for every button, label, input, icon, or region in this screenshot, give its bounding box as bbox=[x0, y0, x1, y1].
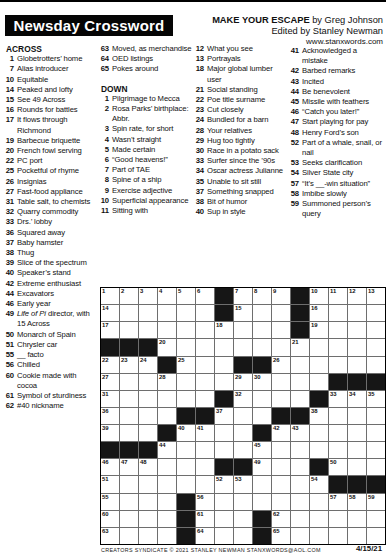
clue-item: 1Pilgrimage to Mecca bbox=[99, 94, 192, 104]
clue-text: Rounds for battles bbox=[17, 105, 78, 114]
clue-text: Slice of the spectrum bbox=[17, 258, 87, 267]
clue-text: Part of TAE bbox=[112, 165, 150, 174]
grid-cell-black bbox=[158, 425, 176, 441]
grid-cell[interactable] bbox=[348, 339, 366, 355]
grid-cell[interactable]: 5 bbox=[177, 288, 195, 304]
grid-cell[interactable] bbox=[348, 528, 366, 544]
grid-cell[interactable] bbox=[215, 374, 233, 390]
grid-cell[interactable] bbox=[348, 305, 366, 321]
grid-cell[interactable]: 17 bbox=[101, 322, 119, 338]
grid-cell[interactable] bbox=[215, 339, 233, 355]
grid-cell[interactable] bbox=[367, 339, 385, 355]
grid-cell[interactable] bbox=[234, 442, 252, 458]
grid-cell-black bbox=[253, 511, 271, 527]
grid-cell[interactable]: 21 bbox=[291, 339, 309, 355]
grid-cell[interactable] bbox=[348, 459, 366, 475]
clue-number: 10 bbox=[99, 196, 109, 206]
grid-cell[interactable] bbox=[291, 511, 309, 527]
grid-cell[interactable]: 46 bbox=[101, 459, 119, 475]
copyright-line: CREATORS SYNDICATE © 2021 STANLEY NEWMAN… bbox=[101, 547, 321, 553]
grid-cell[interactable]: 64 bbox=[196, 528, 214, 544]
clue-text: Insignias bbox=[17, 177, 46, 186]
clue-item: 7Alias introducer bbox=[4, 64, 97, 74]
clue-number: 52 bbox=[289, 138, 299, 148]
grid-cell[interactable] bbox=[367, 528, 385, 544]
clue-item: 46Early year bbox=[4, 299, 97, 309]
grid-cell[interactable] bbox=[158, 391, 176, 407]
cell-number: 27 bbox=[102, 374, 109, 381]
grid-cell[interactable] bbox=[120, 494, 138, 510]
grid-cell[interactable]: 10 bbox=[310, 288, 328, 304]
grid-cell[interactable] bbox=[272, 459, 290, 475]
grid-cell[interactable] bbox=[177, 391, 195, 407]
clue-item: 41Acknowledged a mistake bbox=[289, 46, 384, 66]
grid-cell[interactable] bbox=[234, 511, 252, 527]
grid-cell-black bbox=[310, 391, 328, 407]
grid-cell[interactable]: 48 bbox=[139, 459, 157, 475]
cell-number: 52 bbox=[216, 476, 223, 483]
clue-number: 45 bbox=[289, 97, 299, 107]
grid-cell[interactable] bbox=[139, 391, 157, 407]
clue-text: Poe title surname bbox=[207, 95, 265, 104]
cell-number: 25 bbox=[178, 357, 185, 364]
grid-cell[interactable] bbox=[367, 511, 385, 527]
grid-cell[interactable] bbox=[120, 528, 138, 544]
grid-cell-black bbox=[234, 357, 252, 373]
grid-cell[interactable] bbox=[329, 511, 347, 527]
grid-cell[interactable] bbox=[291, 494, 309, 510]
grid-cell-black bbox=[139, 442, 157, 458]
grid-cell[interactable]: 36 bbox=[101, 408, 119, 424]
grid-cell[interactable] bbox=[215, 494, 233, 510]
clue-text: Pocketful of rhyme bbox=[17, 166, 79, 175]
clue-number: 21 bbox=[194, 85, 204, 95]
grid-cell-black bbox=[120, 442, 138, 458]
clue-text: Cookie made with cocoa bbox=[17, 371, 77, 390]
grid-cell[interactable] bbox=[177, 339, 195, 355]
clue-item: 62#40 nickname bbox=[4, 401, 97, 411]
clue-item: 31Table salt, to chemists bbox=[4, 197, 97, 207]
grid-cell[interactable] bbox=[120, 305, 138, 321]
clue-number: 49 bbox=[4, 309, 14, 319]
grid-cell[interactable]: 38 bbox=[310, 408, 328, 424]
grid-cell[interactable] bbox=[291, 528, 309, 544]
grid-cell[interactable] bbox=[177, 476, 195, 492]
grid-cell[interactable] bbox=[329, 425, 347, 441]
grid-cell[interactable]: 27 bbox=[101, 374, 119, 390]
grid-cell[interactable] bbox=[196, 459, 214, 475]
grid-cell[interactable] bbox=[329, 357, 347, 373]
clue-item: 43Incited bbox=[289, 77, 384, 87]
grid-cell[interactable] bbox=[139, 476, 157, 492]
clue-text: Race in a potato sack bbox=[207, 146, 279, 155]
grid-cell[interactable]: 51 bbox=[101, 476, 119, 492]
clue-item: 37Something snapped bbox=[194, 187, 287, 197]
grid-cell[interactable] bbox=[120, 322, 138, 338]
grid-cell[interactable]: 60 bbox=[101, 511, 119, 527]
grid-cell-black bbox=[348, 374, 366, 390]
grid-cell[interactable]: 62 bbox=[272, 511, 290, 527]
grid-cell[interactable] bbox=[158, 459, 176, 475]
grid-cell[interactable] bbox=[158, 476, 176, 492]
grid-cell[interactable] bbox=[196, 322, 214, 338]
grid-cell[interactable] bbox=[310, 357, 328, 373]
cell-number: 21 bbox=[292, 339, 299, 346]
clue-text: Part of a whale, snail, or nail bbox=[302, 138, 382, 157]
grid-cell-black bbox=[253, 425, 271, 441]
grid-cell[interactable] bbox=[272, 374, 290, 390]
grid-cell[interactable] bbox=[367, 459, 385, 475]
cell-number: 18 bbox=[216, 322, 223, 329]
grid-cell[interactable] bbox=[196, 391, 214, 407]
clue-number: 56 bbox=[4, 360, 14, 370]
grid-cell-black bbox=[291, 288, 309, 304]
grid-cell[interactable]: 35 bbox=[367, 391, 385, 407]
grid-cell[interactable] bbox=[367, 425, 385, 441]
clue-item: 61Symbol of sturdiness bbox=[4, 391, 97, 401]
grid-cell[interactable] bbox=[272, 322, 290, 338]
grid-cell[interactable]: 65 bbox=[272, 528, 290, 544]
grid-cell[interactable] bbox=[177, 322, 195, 338]
grid-cell[interactable] bbox=[120, 476, 138, 492]
grid-cell[interactable] bbox=[329, 305, 347, 321]
grid-cell[interactable] bbox=[329, 442, 347, 458]
cell-number: 55 bbox=[102, 494, 109, 501]
grid-cell[interactable]: 59 bbox=[367, 494, 385, 510]
grid-cell[interactable] bbox=[253, 476, 271, 492]
grid-cell[interactable] bbox=[253, 305, 271, 321]
clue-number: 65 bbox=[99, 64, 109, 74]
grid-cell[interactable] bbox=[234, 322, 252, 338]
clue-number: 46 bbox=[4, 299, 14, 309]
clue-number: 62 bbox=[4, 401, 14, 411]
cell-number: 50 bbox=[330, 459, 337, 466]
grid-cell[interactable] bbox=[367, 357, 385, 373]
clue-item: 18Major global lumber user bbox=[194, 64, 287, 84]
grid-cell[interactable]: 55 bbox=[101, 494, 119, 510]
clue-item: 20French fowl serving bbox=[4, 146, 97, 156]
grid-cell[interactable] bbox=[120, 425, 138, 441]
grid-cell[interactable] bbox=[196, 374, 214, 390]
clue-text: Barbecue briquette bbox=[17, 136, 80, 145]
grid-cell[interactable] bbox=[348, 425, 366, 441]
grid-cell[interactable]: 23 bbox=[120, 357, 138, 373]
grid-cell[interactable]: 11 bbox=[329, 288, 347, 304]
grid-cell-black bbox=[215, 288, 233, 304]
clue-item: 64OED listings bbox=[99, 54, 192, 64]
clue-number: 64 bbox=[99, 54, 109, 64]
clue-text: Acknowledged a mistake bbox=[302, 46, 357, 65]
grid-cell[interactable]: 6 bbox=[196, 288, 214, 304]
cell-number: 19 bbox=[311, 322, 318, 329]
clue-text: Missile with feathers bbox=[302, 97, 369, 106]
grid-cell[interactable] bbox=[215, 425, 233, 441]
clue-item: 15See 49 Across bbox=[4, 95, 97, 105]
grid-cell[interactable]: 45 bbox=[253, 442, 271, 458]
cell-number: 36 bbox=[102, 408, 109, 415]
grid-cell[interactable] bbox=[291, 442, 309, 458]
grid-cell[interactable] bbox=[120, 391, 138, 407]
grid-cell[interactable]: 56 bbox=[196, 494, 214, 510]
grid-cell[interactable] bbox=[310, 374, 328, 390]
grid-cell[interactable] bbox=[310, 494, 328, 510]
clue-text: Extreme enthusiast bbox=[17, 279, 81, 288]
clue-number: 61 bbox=[4, 391, 14, 401]
grid-cell[interactable]: 18 bbox=[215, 322, 233, 338]
grid-cell[interactable] bbox=[120, 511, 138, 527]
clue-item: 19Barbecue briquette bbox=[4, 136, 97, 146]
grid-cell[interactable] bbox=[215, 511, 233, 527]
puzzle-date: 4/15/21 bbox=[356, 544, 382, 553]
grid-cell[interactable] bbox=[196, 305, 214, 321]
cell-number: 12 bbox=[349, 288, 356, 295]
grid-cell[interactable]: 20 bbox=[158, 339, 176, 355]
grid-cell[interactable] bbox=[139, 425, 157, 441]
clue-text: #40 nickname bbox=[17, 401, 64, 410]
grid-cell-black bbox=[291, 322, 309, 338]
grid-cell[interactable] bbox=[196, 442, 214, 458]
grid-cell[interactable]: 32 bbox=[234, 391, 252, 407]
clue-number: 7 bbox=[99, 165, 109, 175]
grid-cell[interactable]: 43 bbox=[291, 425, 309, 441]
grid-cell[interactable]: 29 bbox=[234, 374, 252, 390]
grid-cell[interactable]: 3 bbox=[139, 288, 157, 304]
grid-cell[interactable] bbox=[329, 528, 347, 544]
grid-cell[interactable]: 50 bbox=[329, 459, 347, 475]
grid-cell[interactable]: 12 bbox=[348, 288, 366, 304]
grid-cell[interactable] bbox=[367, 305, 385, 321]
clue-item: 35Unable to sit still bbox=[194, 177, 287, 187]
grid-cell[interactable] bbox=[253, 494, 271, 510]
grid-cell[interactable]: 28 bbox=[158, 374, 176, 390]
grid-cell[interactable] bbox=[348, 322, 366, 338]
grid-cell[interactable] bbox=[234, 408, 252, 424]
clue-text: It flows through Richmond bbox=[17, 115, 68, 134]
grid-cell[interactable]: 40 bbox=[177, 425, 195, 441]
clue-text: Barbed remarks bbox=[302, 66, 355, 75]
grid-cell[interactable]: 33 bbox=[329, 391, 347, 407]
grid-cell[interactable]: 44 bbox=[158, 442, 176, 458]
grid-cell[interactable] bbox=[177, 374, 195, 390]
grid-cell[interactable] bbox=[215, 357, 233, 373]
grid-cell[interactable]: 2 bbox=[120, 288, 138, 304]
grid-cell[interactable] bbox=[310, 442, 328, 458]
grid-cell[interactable] bbox=[253, 408, 271, 424]
grid-cell[interactable] bbox=[139, 511, 157, 527]
clue-text: Start playing for pay bbox=[302, 117, 368, 126]
clue-text: Incited bbox=[302, 77, 324, 86]
grid-cell[interactable] bbox=[234, 425, 252, 441]
grid-cell[interactable]: 13 bbox=[367, 288, 385, 304]
grid-cell[interactable]: 30 bbox=[253, 374, 271, 390]
grid-cell[interactable] bbox=[329, 408, 347, 424]
grid-cell[interactable] bbox=[139, 322, 157, 338]
clue-number: 30 bbox=[194, 146, 204, 156]
grid-cell[interactable]: 16 bbox=[310, 305, 328, 321]
grid-cell[interactable] bbox=[158, 528, 176, 544]
clue-item: 36Squared away bbox=[4, 228, 97, 238]
cell-number: 54 bbox=[311, 476, 318, 483]
clue-item: 23Cut closely bbox=[194, 105, 287, 115]
grid-cell[interactable] bbox=[158, 408, 176, 424]
grid-cell[interactable]: 42 bbox=[272, 425, 290, 441]
grid-cell-black bbox=[329, 374, 347, 390]
grid-cell[interactable] bbox=[177, 442, 195, 458]
clue-item: 37Baby hamster bbox=[4, 238, 97, 248]
grid-cell[interactable] bbox=[272, 476, 290, 492]
grid-cell[interactable]: 34 bbox=[348, 391, 366, 407]
grid-cell[interactable] bbox=[158, 494, 176, 510]
grid-cell[interactable] bbox=[272, 442, 290, 458]
grid-cell[interactable]: 63 bbox=[101, 528, 119, 544]
grid-cell[interactable]: 41 bbox=[196, 425, 214, 441]
grid-cell[interactable]: 31 bbox=[101, 391, 119, 407]
grid-cell[interactable] bbox=[215, 442, 233, 458]
grid-cell[interactable]: 7 bbox=[234, 288, 252, 304]
grid-cell[interactable] bbox=[291, 357, 309, 373]
clue-item: 7Part of TAE bbox=[99, 165, 192, 175]
grid-cell[interactable] bbox=[215, 528, 233, 544]
clue-text: Fast-food appliance bbox=[17, 187, 83, 196]
clue-text: Cut closely bbox=[207, 105, 244, 114]
clue-text: Spine of a ship bbox=[112, 175, 161, 184]
clue-item: 29Hug too tightly bbox=[194, 136, 287, 146]
grid-cell[interactable]: 54 bbox=[310, 476, 328, 492]
grid-cell[interactable]: 14 bbox=[101, 305, 119, 321]
grid-cell[interactable] bbox=[253, 322, 271, 338]
grid-cell[interactable]: 24 bbox=[139, 357, 157, 373]
grid-cell[interactable] bbox=[196, 476, 214, 492]
grid-cell[interactable] bbox=[158, 511, 176, 527]
grid-cell[interactable]: 61 bbox=[196, 511, 214, 527]
cell-number: 47 bbox=[121, 459, 128, 466]
cell-number: 16 bbox=[311, 305, 318, 312]
grid-cell[interactable] bbox=[253, 339, 271, 355]
cell-number: 53 bbox=[235, 476, 242, 483]
grid-cell[interactable] bbox=[272, 494, 290, 510]
grid-cell[interactable] bbox=[348, 357, 366, 373]
grid-cell[interactable]: 58 bbox=[348, 494, 366, 510]
clue-text: Monarch of Spain bbox=[17, 330, 76, 339]
grid-cell[interactable]: 49 bbox=[253, 459, 271, 475]
grid-cell[interactable] bbox=[310, 528, 328, 544]
grid-cell[interactable] bbox=[291, 476, 309, 492]
grid-cell[interactable]: 15 bbox=[234, 305, 252, 321]
cell-number: 13 bbox=[368, 288, 375, 295]
grid-cell[interactable] bbox=[272, 391, 290, 407]
clue-item: 55__ facto bbox=[4, 350, 97, 360]
grid-cell[interactable] bbox=[234, 339, 252, 355]
grid-cell[interactable]: 9 bbox=[272, 288, 290, 304]
cell-number: 3 bbox=[140, 288, 143, 295]
grid-cell[interactable] bbox=[196, 357, 214, 373]
grid-cell[interactable] bbox=[348, 408, 366, 424]
grid-cell[interactable]: 39 bbox=[101, 425, 119, 441]
grid-cell[interactable] bbox=[139, 408, 157, 424]
grid-cell[interactable] bbox=[139, 374, 157, 390]
clue-item: 22Poe title surname bbox=[194, 95, 287, 105]
grid-cell[interactable]: 53 bbox=[234, 476, 252, 492]
grid-cell[interactable] bbox=[348, 442, 366, 458]
grid-cell[interactable] bbox=[348, 511, 366, 527]
clue-item: 60Cookie made with cocoa bbox=[4, 371, 97, 391]
grid-cell[interactable]: 47 bbox=[120, 459, 138, 475]
grid-cell[interactable] bbox=[177, 305, 195, 321]
grid-cell[interactable] bbox=[272, 339, 290, 355]
grid-cell[interactable] bbox=[329, 322, 347, 338]
grid-cell[interactable] bbox=[329, 339, 347, 355]
grid-cell[interactable] bbox=[310, 339, 328, 355]
grid-cell[interactable] bbox=[196, 339, 214, 355]
grid-cell[interactable] bbox=[234, 494, 252, 510]
grid-cell[interactable]: 52 bbox=[215, 476, 233, 492]
clue-item: 5Made certain bbox=[99, 145, 192, 155]
clue-number: 24 bbox=[194, 115, 204, 125]
grid-cell[interactable] bbox=[291, 459, 309, 475]
clue-number: 20 bbox=[4, 146, 14, 156]
grid-cell[interactable] bbox=[310, 425, 328, 441]
cell-number: 48 bbox=[140, 459, 147, 466]
clue-item: 24Bundled for a barn bbox=[194, 115, 287, 125]
clue-number: 10 bbox=[4, 75, 14, 85]
clue-text: Made certain bbox=[112, 145, 155, 154]
grid-cell[interactable] bbox=[367, 322, 385, 338]
clue-text: Something snapped bbox=[207, 187, 274, 196]
clue-item: 9Exercise adjective bbox=[99, 186, 192, 196]
cell-number: 35 bbox=[368, 391, 375, 398]
clue-text: Table salt, to chemists bbox=[17, 197, 90, 206]
grid-cell[interactable] bbox=[177, 459, 195, 475]
grid-cell[interactable]: 26 bbox=[272, 357, 290, 373]
clue-number: 44 bbox=[289, 87, 299, 97]
grid-cell[interactable] bbox=[158, 305, 176, 321]
clue-number: 31 bbox=[4, 197, 14, 207]
clue-text: Exercise adjective bbox=[112, 186, 172, 195]
grid-cell-black bbox=[367, 374, 385, 390]
grid-cell[interactable]: 4 bbox=[158, 288, 176, 304]
grid-cell[interactable] bbox=[310, 511, 328, 527]
grid-cell[interactable]: 8 bbox=[253, 288, 271, 304]
grid-cell[interactable] bbox=[158, 322, 176, 338]
grid-cell[interactable] bbox=[272, 305, 290, 321]
grid-cell[interactable]: 37 bbox=[215, 408, 233, 424]
cell-number: 30 bbox=[254, 374, 261, 381]
grid-cell[interactable] bbox=[291, 374, 309, 390]
grid-cell[interactable] bbox=[291, 391, 309, 407]
grid-cell[interactable]: 22 bbox=[101, 357, 119, 373]
grid-cell[interactable]: 25 bbox=[177, 357, 195, 373]
grid-cell[interactable] bbox=[367, 442, 385, 458]
cell-number: 38 bbox=[311, 408, 318, 415]
grid-cell[interactable] bbox=[139, 494, 157, 510]
grid-cell[interactable] bbox=[120, 408, 138, 424]
grid-cell[interactable]: 57 bbox=[329, 494, 347, 510]
grid-cell[interactable] bbox=[139, 305, 157, 321]
grid-cell[interactable] bbox=[139, 528, 157, 544]
grid-cell[interactable]: 19 bbox=[310, 322, 328, 338]
clue-number: 15 bbox=[4, 95, 14, 105]
clue-number: 38 bbox=[194, 197, 204, 207]
grid-cell[interactable] bbox=[234, 528, 252, 544]
grid-cell[interactable] bbox=[120, 374, 138, 390]
grid-cell[interactable] bbox=[253, 391, 271, 407]
grid-cell[interactable] bbox=[367, 408, 385, 424]
grid-cell[interactable]: 1 bbox=[101, 288, 119, 304]
clue-text: Moved, as merchandise bbox=[112, 44, 192, 53]
clue-text: Bundled for a barn bbox=[207, 115, 268, 124]
clue-number: 41 bbox=[289, 46, 299, 56]
cell-number: 40 bbox=[178, 425, 185, 432]
